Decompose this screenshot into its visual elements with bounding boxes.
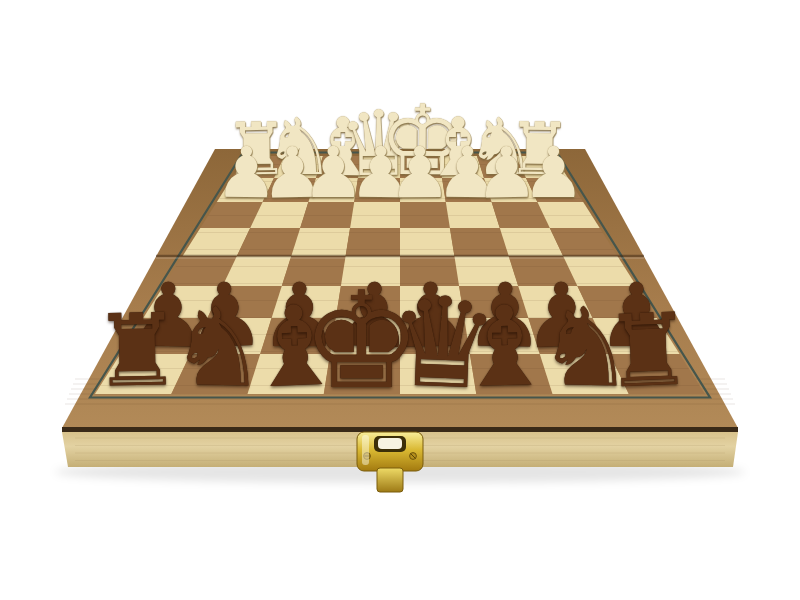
lid-seam <box>62 427 738 432</box>
piece-black-rook-a8[interactable]: ♜ <box>601 300 694 403</box>
clasp-latch[interactable] <box>357 432 423 492</box>
chess-set-photo: ♜♞♝♛♚♝♞♜♟♟♟♟♟♟♟♟♟♟♟♟♟♟♟♟♜♞♝♚♛♝♞♜ <box>0 0 800 600</box>
piece-white-pawn-a2[interactable]: ♟ <box>522 138 585 208</box>
